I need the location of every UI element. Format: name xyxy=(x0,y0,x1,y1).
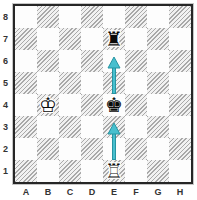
rank-label-5: 5 xyxy=(0,72,11,94)
square-g7 xyxy=(147,28,169,50)
square-a5 xyxy=(15,72,37,94)
square-g8 xyxy=(147,6,169,28)
board-squares: ♜♜♚♔♚♚♜♖ xyxy=(15,6,191,182)
square-g5 xyxy=(147,72,169,94)
file-label-e: E xyxy=(103,185,125,199)
square-g1 xyxy=(147,160,169,182)
square-e2 xyxy=(103,138,125,160)
square-f4 xyxy=(125,94,147,116)
square-d6 xyxy=(81,50,103,72)
square-h4 xyxy=(169,94,191,116)
rank-label-8: 8 xyxy=(0,6,11,28)
square-a1 xyxy=(15,160,37,182)
square-f6 xyxy=(125,50,147,72)
square-d8 xyxy=(81,6,103,28)
white-king-glyph: ♔ xyxy=(37,94,59,116)
file-label-d: D xyxy=(81,185,103,199)
square-f8 xyxy=(125,6,147,28)
file-label-c: C xyxy=(59,185,81,199)
piece-white-king: ♚♔ xyxy=(37,94,59,116)
square-e7: ♜♜ xyxy=(103,28,125,50)
rank-label-6: 6 xyxy=(0,50,11,72)
square-d5 xyxy=(81,72,103,94)
square-h3 xyxy=(169,116,191,138)
square-h2 xyxy=(169,138,191,160)
file-label-h: H xyxy=(169,185,191,199)
square-a2 xyxy=(15,138,37,160)
rank-label-1: 1 xyxy=(0,160,11,182)
square-b4: ♚♔ xyxy=(37,94,59,116)
square-h1 xyxy=(169,160,191,182)
square-a8 xyxy=(15,6,37,28)
square-a3 xyxy=(15,116,37,138)
rank-label-4: 4 xyxy=(0,94,11,116)
square-g2 xyxy=(147,138,169,160)
square-a6 xyxy=(15,50,37,72)
square-e4: ♚♚ xyxy=(103,94,125,116)
square-c8 xyxy=(59,6,81,28)
square-e6 xyxy=(103,50,125,72)
file-labels: ABCDEFGH xyxy=(15,185,191,199)
square-e3 xyxy=(103,116,125,138)
square-h7 xyxy=(169,28,191,50)
square-f5 xyxy=(125,72,147,94)
file-label-b: B xyxy=(37,185,59,199)
square-b5 xyxy=(37,72,59,94)
square-b2 xyxy=(37,138,59,160)
square-f3 xyxy=(125,116,147,138)
square-d4 xyxy=(81,94,103,116)
square-b3 xyxy=(37,116,59,138)
black-king-glyph: ♚ xyxy=(103,94,125,116)
square-b1 xyxy=(37,160,59,182)
square-f2 xyxy=(125,138,147,160)
rank-label-7: 7 xyxy=(0,28,11,50)
rank-label-3: 3 xyxy=(0,116,11,138)
square-c3 xyxy=(59,116,81,138)
square-c7 xyxy=(59,28,81,50)
square-e8 xyxy=(103,6,125,28)
square-c2 xyxy=(59,138,81,160)
square-e1: ♜♖ xyxy=(103,160,125,182)
chess-board: ♜♜♚♔♚♚♜♖ xyxy=(13,4,193,184)
square-a7 xyxy=(15,28,37,50)
file-label-g: G xyxy=(147,185,169,199)
piece-black-king: ♚♚ xyxy=(103,94,125,116)
square-h8 xyxy=(169,6,191,28)
square-e5 xyxy=(103,72,125,94)
piece-black-rook: ♜♜ xyxy=(103,28,125,50)
square-d1 xyxy=(81,160,103,182)
square-h6 xyxy=(169,50,191,72)
square-b6 xyxy=(37,50,59,72)
chess-diagram: 87654321 ♜♜♚♔♚♚♜♖ ABCDEFGH xyxy=(0,0,197,200)
square-d7 xyxy=(81,28,103,50)
square-g4 xyxy=(147,94,169,116)
square-d3 xyxy=(81,116,103,138)
square-d2 xyxy=(81,138,103,160)
square-f1 xyxy=(125,160,147,182)
square-f7 xyxy=(125,28,147,50)
square-h5 xyxy=(169,72,191,94)
black-rook-glyph: ♜ xyxy=(103,28,125,50)
square-c5 xyxy=(59,72,81,94)
piece-white-rook: ♜♖ xyxy=(103,160,125,182)
square-g6 xyxy=(147,50,169,72)
square-b8 xyxy=(37,6,59,28)
square-b7 xyxy=(37,28,59,50)
rank-label-2: 2 xyxy=(0,138,11,160)
square-g3 xyxy=(147,116,169,138)
square-c4 xyxy=(59,94,81,116)
square-a4 xyxy=(15,94,37,116)
file-label-a: A xyxy=(15,185,37,199)
file-label-f: F xyxy=(125,185,147,199)
white-rook-glyph: ♖ xyxy=(103,160,125,182)
square-c1 xyxy=(59,160,81,182)
square-c6 xyxy=(59,50,81,72)
